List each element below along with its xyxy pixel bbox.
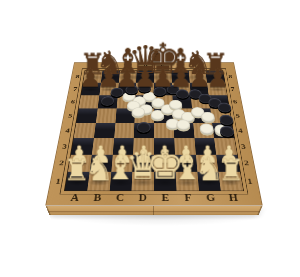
white-checker-15: [176, 119, 190, 130]
white-checker-16: [199, 123, 214, 134]
light-n-glyph: ♞: [84, 153, 113, 184]
file-label-bottom-F: F: [184, 193, 192, 203]
black-checker-30: [219, 114, 234, 124]
rank-label-left-5: 5: [68, 112, 73, 118]
file-label-bottom-C: C: [116, 193, 125, 203]
rank-label-right-7: 7: [230, 86, 235, 92]
piece-light-n-b1: ♞: [82, 149, 115, 184]
board-front-edge: [45, 206, 262, 215]
rank-label-left-6: 6: [70, 99, 75, 105]
dark-p-glyph: ♟: [206, 67, 229, 91]
board-perspective-wrap: ABCDEFGHABCDEFGH1234567812345678 ♜♞♝♛♚♝♞…: [62, 31, 246, 215]
black-checker-31: [219, 126, 235, 137]
white-checker-13: [200, 112, 215, 122]
rank-label-right-6: 6: [232, 99, 237, 105]
light-k-glyph: ♚: [146, 145, 183, 185]
black-checker-27: [217, 102, 232, 112]
rank-label-left-4: 4: [65, 127, 71, 134]
piece-dark-p-h7: ♟: [205, 64, 230, 91]
file-label-bottom-E: E: [161, 193, 169, 203]
rank-label-right-5: 5: [235, 112, 240, 118]
file-label-bottom-A: A: [70, 193, 80, 203]
black-checker-29: [136, 122, 150, 133]
product-photo: ABCDEFGHABCDEFGH1234567812345678 ♜♞♝♛♚♝♞…: [0, 0, 300, 277]
chess-board: ABCDEFGHABCDEFGH1234567812345678 ♜♞♝♛♚♝♞…: [45, 62, 262, 205]
light-n-glyph: ♞: [195, 153, 224, 184]
rank-label-right-4: 4: [238, 127, 244, 134]
file-label-bottom-D: D: [138, 193, 146, 203]
rank-label-right-3: 3: [240, 142, 246, 149]
piece-light-k-e1: ♚: [144, 139, 186, 184]
piece-light-n-g1: ♞: [193, 149, 226, 184]
white-checker-9: [169, 100, 183, 110]
file-label-bottom-H: H: [228, 193, 238, 203]
file-label-bottom-B: B: [93, 193, 102, 203]
file-label-bottom-G: G: [206, 193, 216, 203]
